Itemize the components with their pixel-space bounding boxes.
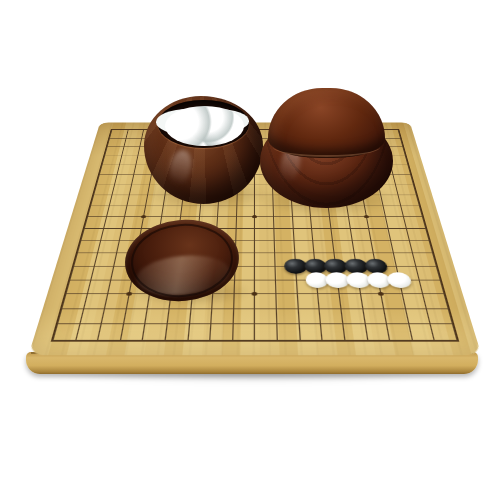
- board-intersection: [444, 333, 471, 350]
- board-intersection: [152, 333, 177, 350]
- board-intersection: [208, 211, 227, 222]
- board-intersection: [324, 247, 345, 260]
- board-intersection: [287, 301, 309, 316]
- board-intersection: [285, 260, 306, 273]
- board-intersection: [119, 190, 139, 201]
- board-intersection: [265, 260, 286, 273]
- board-intersection: [363, 247, 385, 260]
- board-intersection: [222, 317, 245, 333]
- bowl-highlight: [167, 148, 195, 186]
- board-intersection: [107, 333, 133, 350]
- board-intersection: [264, 223, 283, 235]
- board-intersection: [328, 287, 351, 302]
- board-intersection: [245, 247, 265, 260]
- board-intersection: [244, 317, 266, 333]
- board-intersection: [309, 317, 333, 333]
- board-intersection: [429, 273, 454, 287]
- board-intersection: [359, 223, 380, 235]
- closed-bowl-lid: [268, 88, 385, 158]
- board-intersection: [177, 317, 201, 333]
- board-intersection: [265, 273, 286, 287]
- star-point: [252, 292, 258, 296]
- board-intersection: [370, 287, 394, 302]
- board-intersection: [308, 301, 331, 316]
- board-intersection: [341, 235, 362, 247]
- board-intersection: [227, 211, 246, 222]
- board-intersection: [333, 333, 358, 350]
- board-intersection: [265, 287, 287, 302]
- board-intersection: [286, 273, 308, 287]
- board-intersection: [372, 301, 396, 316]
- board-intersection: [265, 247, 285, 260]
- board-intersection: [343, 247, 365, 260]
- board-intersection: [353, 317, 377, 333]
- board-intersection: [311, 333, 335, 350]
- board-intersection: [365, 260, 388, 273]
- board-intersection: [321, 223, 342, 235]
- board-intersection: [347, 273, 370, 287]
- board-intersection: [401, 170, 421, 180]
- board-intersection: [266, 317, 289, 333]
- board-intersection: [412, 211, 434, 222]
- board-intersection: [349, 287, 372, 302]
- board-intersection: [221, 333, 244, 350]
- board-intersection: [340, 223, 361, 235]
- board-intersection: [121, 180, 141, 190]
- star-point: [378, 292, 384, 296]
- board-intersection: [126, 160, 145, 169]
- board-intersection: [286, 287, 308, 302]
- board-intersection: [288, 317, 311, 333]
- board-intersection: [355, 333, 380, 350]
- board-intersection: [361, 235, 383, 247]
- board-intersection: [111, 223, 133, 235]
- board-intersection: [422, 247, 445, 260]
- bowl-opening-rim: [158, 100, 248, 148]
- board-intersection: [110, 317, 135, 333]
- board-intersection: [331, 317, 355, 333]
- white-stones-heap: [165, 106, 245, 146]
- board-intersection: [133, 317, 157, 333]
- board-intersection: [303, 235, 324, 247]
- board-intersection: [302, 223, 322, 235]
- board-intersection: [325, 260, 347, 273]
- board-intersection: [284, 247, 305, 260]
- board-intersection: [284, 235, 304, 247]
- board-intersection: [199, 317, 222, 333]
- product-photo-stage: [0, 0, 500, 500]
- board-intersection: [226, 223, 245, 235]
- board-intersection: [133, 211, 154, 222]
- board-intersection: [266, 333, 289, 350]
- star-point: [140, 215, 146, 218]
- board-intersection: [415, 223, 437, 235]
- black-stone: [284, 259, 307, 274]
- board-intersection: [389, 125, 407, 133]
- board-intersection: [114, 211, 135, 222]
- board-intersection: [245, 260, 265, 273]
- board-intersection: [305, 260, 326, 273]
- board-intersection: [322, 235, 343, 247]
- board-intersection: [432, 287, 457, 302]
- board-intersection: [392, 134, 411, 143]
- board-intersection: [396, 151, 415, 160]
- board-intersection: [330, 301, 353, 316]
- board-intersection: [124, 170, 143, 180]
- board-intersection: [245, 223, 264, 235]
- board-intersection: [326, 273, 348, 287]
- board-intersection: [345, 260, 367, 273]
- board-intersection: [307, 287, 329, 302]
- board-intersection: [418, 235, 441, 247]
- board-intersection: [351, 301, 375, 316]
- board-intersection: [266, 301, 288, 316]
- board-intersection: [409, 200, 430, 211]
- board-intersection: [399, 160, 419, 169]
- board-intersection: [440, 317, 466, 333]
- board-intersection: [155, 317, 179, 333]
- board-intersection: [436, 301, 462, 316]
- board-intersection: [306, 273, 328, 287]
- board-front-edge: [26, 352, 478, 374]
- board-intersection: [375, 317, 400, 333]
- board-intersection: [116, 200, 137, 211]
- board-intersection: [304, 247, 325, 260]
- board-intersection: [265, 235, 285, 247]
- board-intersection: [245, 235, 265, 247]
- board-intersection: [404, 180, 425, 190]
- board-intersection: [406, 190, 427, 201]
- board-intersection: [283, 223, 303, 235]
- board-intersection: [288, 333, 312, 350]
- board-intersection: [175, 333, 199, 350]
- board-intersection: [425, 260, 449, 273]
- board-intersection: [130, 333, 155, 350]
- board-intersection: [198, 333, 222, 350]
- board-intersection: [244, 333, 267, 350]
- board-intersection: [394, 142, 413, 151]
